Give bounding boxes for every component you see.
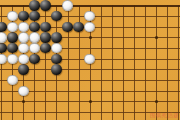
hoshi-point xyxy=(22,100,25,103)
white-stone xyxy=(0,54,7,64)
white-stone xyxy=(51,43,62,53)
grid-line-horizontal xyxy=(0,112,180,113)
grid-line-vertical xyxy=(145,5,146,121)
grid-line-horizontal xyxy=(0,80,180,81)
white-stone xyxy=(7,22,18,32)
white-stone xyxy=(84,11,95,21)
grid-line-vertical xyxy=(167,5,168,121)
grid-line-vertical xyxy=(123,5,124,121)
black-stone xyxy=(29,0,40,10)
go-board[interactable] xyxy=(0,0,180,120)
black-stone xyxy=(18,64,29,74)
black-stone xyxy=(51,64,62,74)
white-stone xyxy=(29,43,40,53)
black-stone xyxy=(7,43,18,53)
black-stone xyxy=(29,54,40,64)
hoshi-point xyxy=(89,100,92,103)
board-top-edge-line xyxy=(0,5,180,7)
black-stone xyxy=(18,11,29,21)
grid-line-vertical xyxy=(134,5,135,121)
white-stone xyxy=(84,22,95,32)
white-stone xyxy=(18,86,29,96)
grid-line-vertical xyxy=(112,5,113,121)
black-stone xyxy=(7,32,18,42)
grid-line-vertical xyxy=(101,5,102,121)
white-stone xyxy=(7,11,18,21)
black-stone xyxy=(40,0,51,10)
black-stone xyxy=(51,32,62,42)
white-stone xyxy=(29,32,40,42)
white-stone xyxy=(7,75,18,85)
black-stone xyxy=(0,43,7,53)
black-stone xyxy=(73,22,84,32)
white-stone xyxy=(0,32,7,42)
black-stone xyxy=(0,22,7,32)
black-stone xyxy=(29,11,40,21)
white-stone xyxy=(7,54,18,64)
white-stone xyxy=(62,0,73,10)
white-stone xyxy=(84,54,95,64)
black-stone xyxy=(40,22,51,32)
white-stone xyxy=(18,43,29,53)
black-stone xyxy=(51,11,62,21)
white-stone xyxy=(18,32,29,42)
black-stone xyxy=(51,54,62,64)
black-stone xyxy=(29,22,40,32)
black-stone xyxy=(62,22,73,32)
screenshot-root: 围棋死活题 xyxy=(0,0,180,120)
grid-line-vertical xyxy=(178,5,179,121)
white-stone xyxy=(18,22,29,32)
black-stone xyxy=(40,43,51,53)
hoshi-point xyxy=(155,36,158,39)
white-stone xyxy=(18,54,29,64)
hoshi-point xyxy=(155,100,158,103)
black-stone xyxy=(40,32,51,42)
